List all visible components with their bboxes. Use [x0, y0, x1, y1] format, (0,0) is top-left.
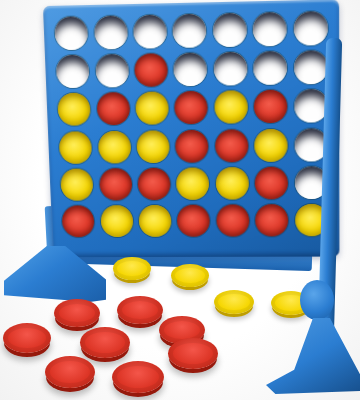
right-stand-hub	[300, 280, 334, 320]
cell-r6-c1[interactable]	[59, 203, 98, 240]
red-disc	[216, 205, 249, 237]
loose-red-disc[interactable]	[168, 338, 218, 369]
yellow-disc	[216, 167, 249, 200]
cell-r5-c2[interactable]	[96, 165, 136, 203]
cell-r2-c3[interactable]	[131, 50, 171, 89]
cell-r1-c5[interactable]	[209, 10, 250, 50]
red-disc	[175, 129, 209, 162]
red-disc	[255, 167, 288, 200]
cell-r5-c1[interactable]	[57, 166, 97, 203]
empty-hole	[294, 89, 328, 123]
loose-red-disc[interactable]	[117, 296, 163, 324]
empty-hole	[213, 52, 247, 86]
cell-r6-c5[interactable]	[213, 202, 253, 239]
cell-r4-c4[interactable]	[172, 127, 212, 165]
red-disc	[215, 129, 249, 162]
loose-red-disc[interactable]	[112, 361, 164, 393]
cell-r3-c4[interactable]	[171, 88, 211, 127]
red-disc	[254, 90, 288, 124]
loose-yellow-disc[interactable]	[214, 290, 254, 314]
cell-r2-c2[interactable]	[92, 51, 132, 90]
cell-r6-c3[interactable]	[135, 203, 175, 240]
empty-hole	[94, 15, 128, 49]
cell-r6-c2[interactable]	[97, 203, 137, 240]
empty-hole	[213, 12, 247, 46]
board-grid	[43, 0, 340, 257]
cell-r4-c1[interactable]	[56, 128, 96, 166]
cell-r4-c3[interactable]	[133, 127, 173, 165]
loose-red-disc[interactable]	[45, 356, 95, 388]
empty-hole	[253, 12, 287, 47]
cell-r5-c3[interactable]	[134, 165, 174, 203]
yellow-disc	[57, 93, 91, 126]
empty-hole	[174, 52, 208, 86]
empty-hole	[56, 55, 90, 89]
empty-hole	[253, 51, 287, 85]
loose-red-disc[interactable]	[3, 323, 51, 353]
cell-r4-c5[interactable]	[212, 126, 252, 164]
cell-r3-c5[interactable]	[211, 88, 251, 127]
connect-four-board	[43, 0, 340, 257]
yellow-disc	[254, 128, 288, 161]
cell-r1-c1[interactable]	[51, 13, 92, 53]
red-disc	[62, 206, 95, 238]
cell-r5-c4[interactable]	[173, 165, 213, 203]
cell-r2-c5[interactable]	[210, 49, 251, 89]
cell-r3-c6[interactable]	[251, 87, 291, 126]
cell-r1-c4[interactable]	[170, 11, 211, 51]
loose-yellow-disc[interactable]	[171, 264, 209, 287]
yellow-disc	[60, 168, 93, 200]
empty-hole	[95, 54, 129, 88]
red-disc	[177, 205, 210, 237]
yellow-disc	[136, 130, 170, 163]
empty-hole	[54, 16, 88, 50]
cell-r4-c6[interactable]	[251, 126, 291, 165]
yellow-disc	[59, 131, 92, 164]
loose-red-disc[interactable]	[80, 327, 130, 358]
red-disc	[96, 92, 130, 125]
empty-hole	[173, 13, 207, 47]
loose-yellow-disc[interactable]	[113, 257, 151, 280]
cell-r3-c2[interactable]	[93, 90, 133, 129]
yellow-disc	[176, 167, 209, 200]
cell-r4-c2[interactable]	[94, 128, 134, 166]
right-stand-foot	[266, 318, 360, 394]
red-disc	[255, 204, 288, 236]
yellow-disc	[139, 205, 172, 237]
cell-r5-c6[interactable]	[252, 164, 292, 202]
cell-r6-c4[interactable]	[174, 202, 214, 239]
cell-r1-c2[interactable]	[90, 12, 131, 52]
empty-hole	[133, 14, 167, 48]
cell-r1-c6[interactable]	[250, 9, 291, 49]
yellow-disc	[100, 205, 133, 237]
cell-r2-c6[interactable]	[250, 48, 291, 88]
red-disc	[99, 168, 132, 200]
yellow-disc	[214, 91, 248, 125]
empty-hole	[293, 11, 327, 46]
table-surface	[0, 0, 360, 400]
cell-r1-c7[interactable]	[290, 8, 331, 48]
cell-r3-c1[interactable]	[54, 90, 94, 128]
cell-r2-c1[interactable]	[53, 52, 93, 91]
yellow-disc	[135, 92, 169, 125]
red-disc	[134, 53, 168, 87]
red-disc	[175, 91, 209, 124]
red-disc	[137, 168, 170, 200]
empty-hole	[294, 50, 328, 84]
cell-r5-c5[interactable]	[212, 164, 252, 202]
cell-r2-c4[interactable]	[170, 50, 210, 89]
cell-r1-c3[interactable]	[130, 11, 171, 51]
cell-r3-c3[interactable]	[132, 89, 172, 128]
yellow-disc	[98, 130, 131, 163]
loose-red-disc[interactable]	[54, 299, 100, 327]
cell-r6-c6[interactable]	[252, 202, 292, 240]
